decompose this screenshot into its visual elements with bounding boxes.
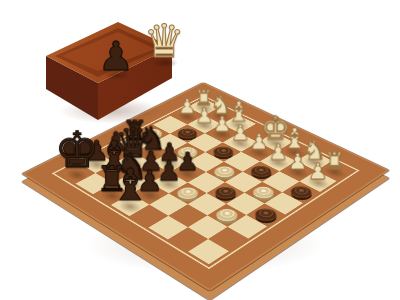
product-photo-scene: ♜♞♝♚♝♞♜♟♟♟♟♟♟♟♟♜♞♟♟♟♛♟♟♟♝♞♟♚♜♝ ♟ ♛	[0, 0, 400, 300]
checker-light	[210, 164, 238, 180]
white-pawn: ♟	[292, 161, 345, 183]
black-pawn-on-box: ♟	[96, 36, 136, 76]
checker-dark	[251, 206, 281, 224]
storage-box: ♟ ♛	[38, 12, 188, 132]
checker-dark	[211, 185, 240, 202]
black-bishop: ♝	[103, 163, 157, 207]
checker-dark	[287, 184, 316, 201]
white-queen-on-box: ♛	[142, 18, 186, 64]
checker-light	[173, 185, 202, 202]
checker-light	[212, 206, 242, 224]
checker-light	[249, 184, 278, 201]
